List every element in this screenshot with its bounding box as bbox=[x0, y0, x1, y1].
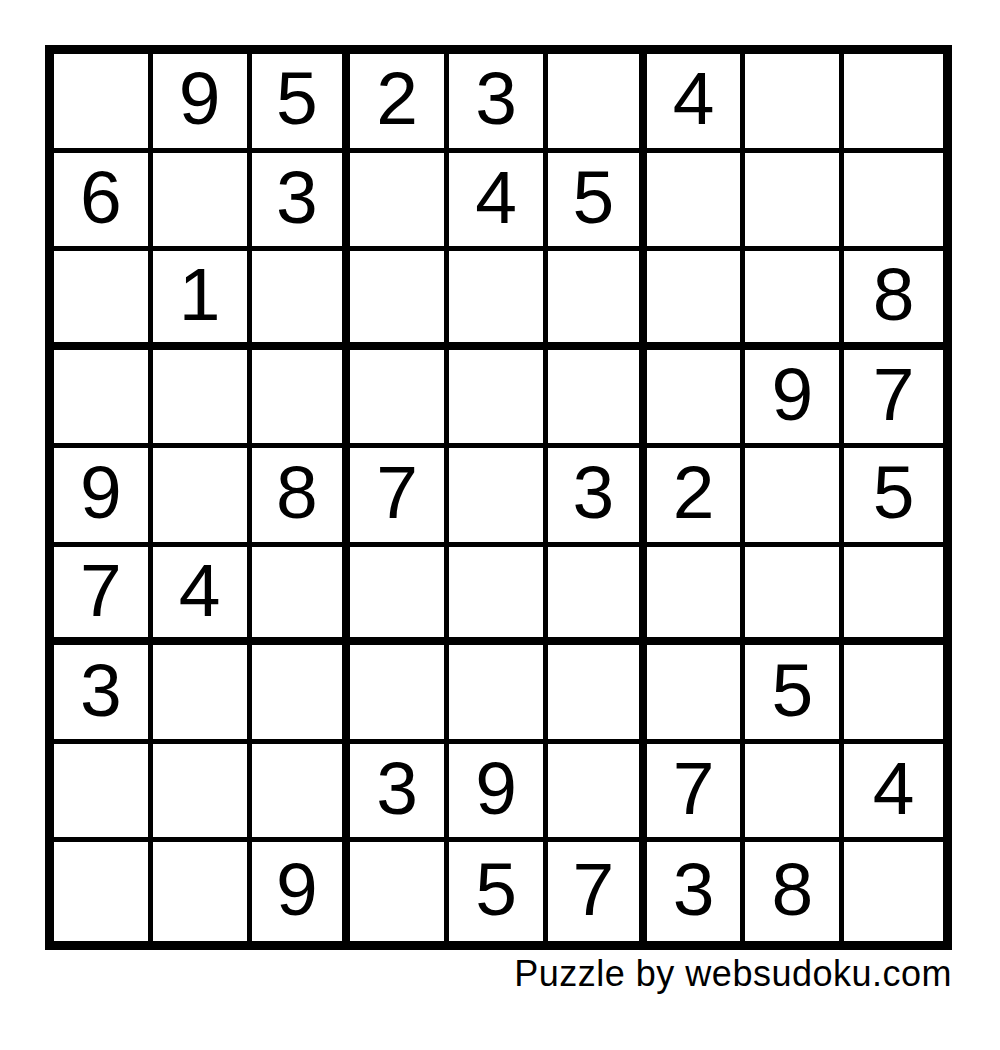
cell-r2c1: 6 bbox=[54, 153, 153, 252]
given-digit: 4 bbox=[179, 553, 221, 628]
given-digit: 8 bbox=[771, 852, 813, 927]
given-digit: 4 bbox=[475, 160, 517, 235]
cell-r4c5 bbox=[449, 350, 548, 449]
cell-r3c5 bbox=[449, 251, 548, 350]
cell-r8c3 bbox=[252, 744, 351, 843]
cell-r5c7: 2 bbox=[647, 448, 746, 547]
cell-r8c7: 7 bbox=[647, 744, 746, 843]
given-digit: 3 bbox=[572, 455, 614, 530]
cell-r8c4: 3 bbox=[350, 744, 449, 843]
given-digit: 3 bbox=[376, 751, 418, 826]
given-digit: 5 bbox=[771, 653, 813, 728]
cell-r3c1 bbox=[54, 251, 153, 350]
cell-r7c4 bbox=[350, 645, 449, 744]
given-digit: 6 bbox=[80, 160, 122, 235]
cell-r7c3 bbox=[252, 645, 351, 744]
given-digit: 7 bbox=[572, 852, 614, 927]
cell-r9c4 bbox=[350, 842, 449, 941]
cell-r5c3: 8 bbox=[252, 448, 351, 547]
cell-r2c2 bbox=[153, 153, 252, 252]
cell-r4c6 bbox=[548, 350, 647, 449]
given-digit: 7 bbox=[873, 357, 915, 432]
given-digit: 3 bbox=[673, 852, 715, 927]
cell-r6c4 bbox=[350, 547, 449, 646]
cell-r6c5 bbox=[449, 547, 548, 646]
cell-r8c8 bbox=[745, 744, 844, 843]
cell-r1c6 bbox=[548, 54, 647, 153]
cell-r2c3: 3 bbox=[252, 153, 351, 252]
given-digit: 7 bbox=[80, 553, 122, 628]
cell-r1c1 bbox=[54, 54, 153, 153]
cell-r1c4: 2 bbox=[350, 54, 449, 153]
cell-r5c1: 9 bbox=[54, 448, 153, 547]
cell-r9c6: 7 bbox=[548, 842, 647, 941]
cell-r2c4 bbox=[350, 153, 449, 252]
cell-r4c2 bbox=[153, 350, 252, 449]
cell-r6c1: 7 bbox=[54, 547, 153, 646]
cell-r9c5: 5 bbox=[449, 842, 548, 941]
cell-r2c7 bbox=[647, 153, 746, 252]
cell-r6c2: 4 bbox=[153, 547, 252, 646]
cell-r4c1 bbox=[54, 350, 153, 449]
cell-r1c3: 5 bbox=[252, 54, 351, 153]
given-digit: 7 bbox=[376, 455, 418, 530]
cell-r8c5: 9 bbox=[449, 744, 548, 843]
cell-r9c2 bbox=[153, 842, 252, 941]
cell-r5c5 bbox=[449, 448, 548, 547]
cell-r4c8: 9 bbox=[745, 350, 844, 449]
cell-r4c3 bbox=[252, 350, 351, 449]
cell-r3c8 bbox=[745, 251, 844, 350]
cell-r2c5: 4 bbox=[449, 153, 548, 252]
given-digit: 3 bbox=[276, 160, 318, 235]
cell-r4c4 bbox=[350, 350, 449, 449]
cell-r9c1 bbox=[54, 842, 153, 941]
cell-r8c1 bbox=[54, 744, 153, 843]
cell-r8c6 bbox=[548, 744, 647, 843]
sudoku-page: 95234634518979873257435397495738 Puzzle … bbox=[0, 0, 1000, 1050]
cell-r6c6 bbox=[548, 547, 647, 646]
given-digit: 1 bbox=[179, 257, 221, 332]
cell-r8c2 bbox=[153, 744, 252, 843]
given-digit: 9 bbox=[80, 455, 122, 530]
cell-r4c9: 7 bbox=[844, 350, 943, 449]
cell-r6c9 bbox=[844, 547, 943, 646]
cell-r9c8: 8 bbox=[745, 842, 844, 941]
cell-r7c8: 5 bbox=[745, 645, 844, 744]
cell-r5c4: 7 bbox=[350, 448, 449, 547]
given-digit: 4 bbox=[673, 61, 715, 136]
given-digit: 3 bbox=[475, 61, 517, 136]
given-digit: 5 bbox=[276, 61, 318, 136]
cell-r4c7 bbox=[647, 350, 746, 449]
puzzle-credit: Puzzle by websudoku.com bbox=[45, 953, 952, 995]
cell-r1c5: 3 bbox=[449, 54, 548, 153]
cell-r5c6: 3 bbox=[548, 448, 647, 547]
given-digit: 9 bbox=[475, 751, 517, 826]
cell-r3c7 bbox=[647, 251, 746, 350]
given-digit: 9 bbox=[771, 357, 813, 432]
cell-r5c8 bbox=[745, 448, 844, 547]
cell-r8c9: 4 bbox=[844, 744, 943, 843]
cell-r9c3: 9 bbox=[252, 842, 351, 941]
cell-r2c8 bbox=[745, 153, 844, 252]
cell-r5c2 bbox=[153, 448, 252, 547]
given-digit: 2 bbox=[376, 61, 418, 136]
cell-r3c6 bbox=[548, 251, 647, 350]
cell-r7c7 bbox=[647, 645, 746, 744]
cell-r3c3 bbox=[252, 251, 351, 350]
cell-r1c9 bbox=[844, 54, 943, 153]
cell-r6c7 bbox=[647, 547, 746, 646]
given-digit: 9 bbox=[276, 852, 318, 927]
cell-r9c7: 3 bbox=[647, 842, 746, 941]
given-digit: 8 bbox=[276, 455, 318, 530]
cell-r6c8 bbox=[745, 547, 844, 646]
cell-r7c5 bbox=[449, 645, 548, 744]
cell-r1c7: 4 bbox=[647, 54, 746, 153]
given-digit: 5 bbox=[475, 852, 517, 927]
cell-r3c2: 1 bbox=[153, 251, 252, 350]
cell-r6c3 bbox=[252, 547, 351, 646]
cell-r3c9: 8 bbox=[844, 251, 943, 350]
given-digit: 7 bbox=[673, 751, 715, 826]
given-digit: 9 bbox=[179, 61, 221, 136]
sudoku-board: 95234634518979873257435397495738 bbox=[45, 45, 952, 950]
cell-r3c4 bbox=[350, 251, 449, 350]
cell-r2c6: 5 bbox=[548, 153, 647, 252]
cell-r1c2: 9 bbox=[153, 54, 252, 153]
cell-r7c6 bbox=[548, 645, 647, 744]
given-digit: 3 bbox=[80, 653, 122, 728]
cell-r5c9: 5 bbox=[844, 448, 943, 547]
given-digit: 2 bbox=[673, 455, 715, 530]
cell-r2c9 bbox=[844, 153, 943, 252]
cell-r9c9 bbox=[844, 842, 943, 941]
given-digit: 5 bbox=[873, 455, 915, 530]
cell-r7c1: 3 bbox=[54, 645, 153, 744]
given-digit: 5 bbox=[572, 160, 614, 235]
given-digit: 4 bbox=[873, 751, 915, 826]
cell-r7c2 bbox=[153, 645, 252, 744]
given-digit: 8 bbox=[873, 257, 915, 332]
cell-r7c9 bbox=[844, 645, 943, 744]
cell-r1c8 bbox=[745, 54, 844, 153]
